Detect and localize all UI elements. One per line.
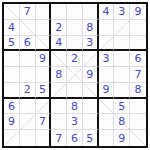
cell-r4c5[interactable]: 2 xyxy=(67,51,83,67)
cell-r2c6[interactable]: 8 xyxy=(83,20,99,36)
cell-r7c4[interactable] xyxy=(51,99,67,115)
cell-r7c3[interactable] xyxy=(36,99,52,115)
cell-r1c6[interactable] xyxy=(83,4,99,20)
cell-r4c1[interactable] xyxy=(4,51,20,67)
cell-r8c8[interactable]: 8 xyxy=(114,114,130,130)
cell-r4c8[interactable] xyxy=(114,51,130,67)
cell-r4c2[interactable] xyxy=(20,51,36,67)
cell-r4c9[interactable]: 6 xyxy=(130,51,146,67)
cell-r8c4[interactable] xyxy=(51,114,67,130)
cell-r1c7[interactable]: 4 xyxy=(99,4,115,20)
cell-r9c4[interactable]: 7 xyxy=(51,130,67,146)
cell-r6c7[interactable]: 9 xyxy=(99,83,115,99)
cell-r6c4[interactable] xyxy=(51,83,67,99)
cell-r8c6[interactable] xyxy=(83,114,99,130)
cell-r2c1[interactable]: 4 xyxy=(4,20,20,36)
cell-r8c3[interactable]: 7 xyxy=(36,114,52,130)
sudoku-grid: 743942856439236897259868597387659 xyxy=(4,4,146,146)
cell-r8c1[interactable]: 9 xyxy=(4,114,20,130)
cell-r2c2[interactable] xyxy=(20,20,36,36)
cell-r9c7[interactable] xyxy=(99,130,115,146)
cell-r3c1[interactable]: 5 xyxy=(4,36,20,52)
cell-r1c5[interactable] xyxy=(67,4,83,20)
cell-r9c2[interactable] xyxy=(20,130,36,146)
cell-r5c2[interactable] xyxy=(20,67,36,83)
cell-r3c4[interactable]: 4 xyxy=(51,36,67,52)
cell-r8c5[interactable]: 3 xyxy=(67,114,83,130)
cell-r5c1[interactable] xyxy=(4,67,20,83)
cell-r7c7[interactable] xyxy=(99,99,115,115)
cell-r2c3[interactable] xyxy=(36,20,52,36)
cell-r3c9[interactable] xyxy=(130,36,146,52)
cell-r6c9[interactable]: 8 xyxy=(130,83,146,99)
cell-r5c4[interactable]: 8 xyxy=(51,67,67,83)
cell-r3c3[interactable] xyxy=(36,36,52,52)
cell-r7c8[interactable]: 5 xyxy=(114,99,130,115)
cell-r6c1[interactable] xyxy=(4,83,20,99)
cell-r7c1[interactable]: 6 xyxy=(4,99,20,115)
cell-r6c6[interactable] xyxy=(83,83,99,99)
cell-r9c9[interactable] xyxy=(130,130,146,146)
cell-r5c9[interactable]: 7 xyxy=(130,67,146,83)
cell-r6c8[interactable] xyxy=(114,83,130,99)
cell-r3c8[interactable] xyxy=(114,36,130,52)
cell-r6c2[interactable]: 2 xyxy=(20,83,36,99)
cell-r6c3[interactable]: 5 xyxy=(36,83,52,99)
cell-r1c8[interactable]: 3 xyxy=(114,4,130,20)
cell-r8c2[interactable] xyxy=(20,114,36,130)
cell-r2c8[interactable] xyxy=(114,20,130,36)
cell-r9c3[interactable] xyxy=(36,130,52,146)
cell-r9c6[interactable]: 5 xyxy=(83,130,99,146)
cell-r1c3[interactable] xyxy=(36,4,52,20)
cell-r5c7[interactable] xyxy=(99,67,115,83)
cell-r7c5[interactable]: 8 xyxy=(67,99,83,115)
cell-r2c9[interactable] xyxy=(130,20,146,36)
cell-r4c6[interactable] xyxy=(83,51,99,67)
cell-r5c8[interactable] xyxy=(114,67,130,83)
cell-r5c3[interactable] xyxy=(36,67,52,83)
cell-r8c9[interactable] xyxy=(130,114,146,130)
cell-r7c2[interactable] xyxy=(20,99,36,115)
cell-r4c4[interactable] xyxy=(51,51,67,67)
cell-r2c4[interactable]: 2 xyxy=(51,20,67,36)
cell-r3c6[interactable]: 3 xyxy=(83,36,99,52)
cell-r9c1[interactable] xyxy=(4,130,20,146)
cell-r5c5[interactable] xyxy=(67,67,83,83)
cell-r7c6[interactable] xyxy=(83,99,99,115)
sudoku-board: 743942856439236897259868597387659 xyxy=(2,2,148,148)
cell-r8c7[interactable] xyxy=(99,114,115,130)
cell-r2c5[interactable] xyxy=(67,20,83,36)
cell-r1c2[interactable]: 7 xyxy=(20,4,36,20)
cell-r3c5[interactable] xyxy=(67,36,83,52)
cell-r6c5[interactable] xyxy=(67,83,83,99)
cell-r5c6[interactable]: 9 xyxy=(83,67,99,83)
cell-r9c5[interactable]: 6 xyxy=(67,130,83,146)
cell-r4c7[interactable]: 3 xyxy=(99,51,115,67)
cell-r1c9[interactable]: 9 xyxy=(130,4,146,20)
cell-r3c7[interactable] xyxy=(99,36,115,52)
cell-r2c7[interactable] xyxy=(99,20,115,36)
cell-r7c9[interactable] xyxy=(130,99,146,115)
cell-r9c8[interactable]: 9 xyxy=(114,130,130,146)
cell-r3c2[interactable]: 6 xyxy=(20,36,36,52)
cell-r1c1[interactable] xyxy=(4,4,20,20)
cell-r4c3[interactable]: 9 xyxy=(36,51,52,67)
cell-r1c4[interactable] xyxy=(51,4,67,20)
